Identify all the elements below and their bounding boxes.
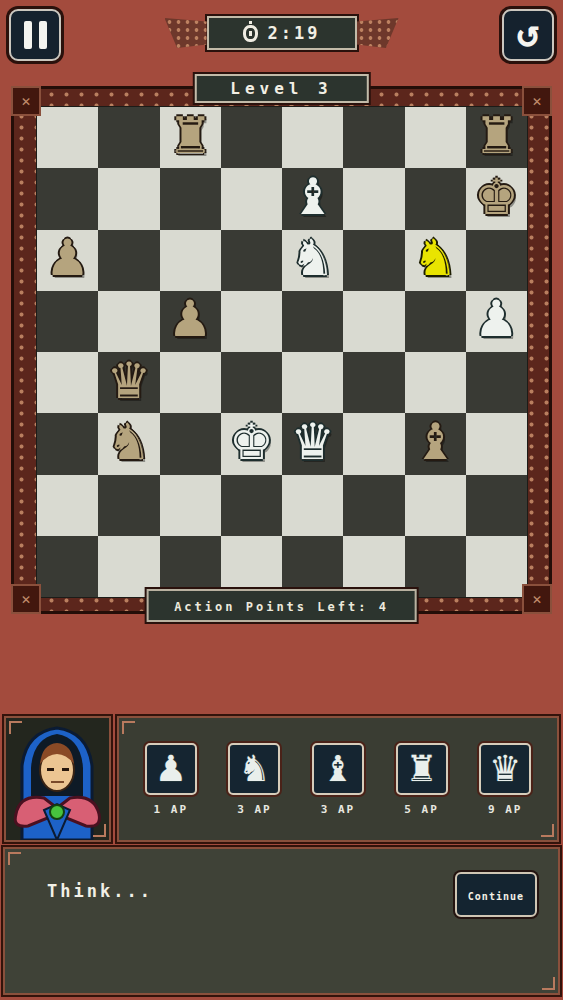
dark-king[interactable]: ♚ (474, 172, 519, 222)
square-e4[interactable] (282, 352, 343, 413)
square-a3[interactable] (37, 413, 98, 474)
speaker-portrait-panel (4, 716, 111, 842)
square-c2[interactable] (160, 475, 221, 536)
white-bishop[interactable]: ♝ (290, 172, 335, 222)
dark-pawn[interactable]: ♟ (168, 294, 213, 344)
dialogue-panel: Think... Continue (3, 847, 560, 995)
square-c1[interactable] (160, 536, 221, 597)
square-g4[interactable] (405, 352, 466, 413)
white-queen[interactable]: ♛ (290, 417, 335, 467)
square-d3[interactable]: ♚ (221, 413, 282, 474)
square-c5[interactable]: ♟ (160, 291, 221, 352)
square-b7[interactable] (98, 168, 159, 229)
square-e7[interactable]: ♝ (282, 168, 343, 229)
square-f3[interactable] (343, 413, 404, 474)
square-h6[interactable] (466, 230, 527, 291)
rook-icon: ♜ (405, 751, 437, 787)
square-a8[interactable] (37, 107, 98, 168)
clock-icon (243, 25, 258, 42)
timer-box: 2:19 (207, 16, 357, 50)
square-d1[interactable] (221, 536, 282, 597)
timer-value: 2:19 (268, 23, 321, 43)
card-queen[interactable]: ♛ 9 AP (469, 743, 541, 816)
square-d7[interactable] (221, 168, 282, 229)
square-a5[interactable] (37, 291, 98, 352)
gold-knight[interactable]: ♞ (413, 233, 458, 283)
square-h2[interactable] (466, 475, 527, 536)
card-queen-cost: 9 AP (469, 803, 541, 816)
continue-button[interactable]: Continue (455, 872, 537, 917)
square-d6[interactable] (221, 230, 282, 291)
pawn-icon: ♟ (155, 751, 187, 787)
square-h7[interactable]: ♚ (466, 168, 527, 229)
mage-portrait (6, 718, 109, 840)
frame-corner-ornament: ✕ (522, 86, 552, 116)
continue-button-label: Continue (468, 891, 524, 902)
card-rook[interactable]: ♜ 5 AP (386, 743, 458, 816)
banner-ornament-right (357, 18, 399, 48)
card-knight[interactable]: ♞ 3 AP (218, 743, 290, 816)
bishop-icon: ♝ (322, 751, 354, 787)
square-g6[interactable]: ♞ (405, 230, 466, 291)
dark-queen[interactable]: ♛ (106, 356, 151, 406)
square-b6[interactable] (98, 230, 159, 291)
square-a1[interactable] (37, 536, 98, 597)
restart-icon: ↺ (517, 14, 540, 52)
square-g3[interactable]: ♝ (405, 413, 466, 474)
dialogue-text: Think... (47, 881, 153, 901)
square-a2[interactable] (37, 475, 98, 536)
square-b5[interactable] (98, 291, 159, 352)
square-f1[interactable] (343, 536, 404, 597)
square-f2[interactable] (343, 475, 404, 536)
card-bishop-icon-box: ♝ (312, 743, 364, 795)
action-points-label: Action Points Left: 4 (174, 600, 389, 614)
chess-board: ♜♜♝♚♟♞♞♟♟♛♞♚♛♝ (36, 106, 528, 598)
card-pawn-icon-box: ♟ (145, 743, 197, 795)
white-knight[interactable]: ♞ (290, 233, 335, 283)
card-bishop-cost: 3 AP (302, 803, 374, 816)
square-c4[interactable] (160, 352, 221, 413)
square-f6[interactable] (343, 230, 404, 291)
banner-ornament-left (165, 18, 207, 48)
card-bishop[interactable]: ♝ 3 AP (302, 743, 374, 816)
level-banner: Level 3 (194, 74, 368, 103)
square-f5[interactable] (343, 291, 404, 352)
queen-icon: ♛ (489, 751, 521, 787)
card-rook-icon-box: ♜ (396, 743, 448, 795)
level-label: Level 3 (230, 79, 332, 98)
frame-corner-ornament: ✕ (11, 584, 41, 614)
action-points-banner: Action Points Left: 4 (146, 589, 417, 622)
card-queen-icon-box: ♛ (479, 743, 531, 795)
square-d2[interactable] (221, 475, 282, 536)
square-h4[interactable] (466, 352, 527, 413)
card-pawn[interactable]: ♟ 1 AP (135, 743, 207, 816)
card-pawn-cost: 1 AP (135, 803, 207, 816)
square-d5[interactable] (221, 291, 282, 352)
square-a6[interactable]: ♟ (37, 230, 98, 291)
square-c6[interactable] (160, 230, 221, 291)
timer-banner: 2:19 (165, 16, 399, 50)
square-f7[interactable] (343, 168, 404, 229)
frame-corner-ornament: ✕ (11, 86, 41, 116)
pause-icon (24, 21, 32, 49)
square-c7[interactable] (160, 168, 221, 229)
square-e3[interactable]: ♛ (282, 413, 343, 474)
square-g1[interactable] (405, 536, 466, 597)
square-b4[interactable]: ♛ (98, 352, 159, 413)
square-h1[interactable] (466, 536, 527, 597)
piece-shop-panel: ♟ 1 AP ♞ 3 AP ♝ 3 AP ♜ 5 AP ♛ 9 AP (117, 716, 559, 842)
square-e5[interactable] (282, 291, 343, 352)
square-f8[interactable] (343, 107, 404, 168)
square-a7[interactable] (37, 168, 98, 229)
square-b8[interactable] (98, 107, 159, 168)
pause-icon (39, 21, 47, 49)
square-b3[interactable]: ♞ (98, 413, 159, 474)
pause-button[interactable] (9, 9, 61, 61)
dark-bishop[interactable]: ♝ (413, 417, 458, 467)
square-e6[interactable]: ♞ (282, 230, 343, 291)
square-b2[interactable] (98, 475, 159, 536)
square-e8[interactable] (282, 107, 343, 168)
dark-rook[interactable]: ♜ (168, 111, 213, 161)
square-g7[interactable] (405, 168, 466, 229)
square-e1[interactable] (282, 536, 343, 597)
dark-pawn[interactable]: ♟ (45, 233, 90, 283)
board-frame: ✕ ✕ ✕ ✕ ♜♜♝♚♟♞♞♟♟♛♞♚♛♝ (11, 86, 552, 614)
square-c3[interactable] (160, 413, 221, 474)
square-e2[interactable] (282, 475, 343, 536)
white-pawn[interactable]: ♟ (474, 294, 519, 344)
square-g8[interactable] (405, 107, 466, 168)
square-h5[interactable]: ♟ (466, 291, 527, 352)
dark-rook[interactable]: ♜ (474, 111, 519, 161)
knight-icon: ♞ (238, 751, 270, 787)
card-rook-cost: 5 AP (386, 803, 458, 816)
dark-knight[interactable]: ♞ (106, 417, 151, 467)
frame-corner-ornament: ✕ (522, 584, 552, 614)
square-d8[interactable] (221, 107, 282, 168)
white-king[interactable]: ♚ (229, 417, 274, 467)
restart-button[interactable]: ↺ (502, 9, 554, 61)
square-h8[interactable]: ♜ (466, 107, 527, 168)
square-c8[interactable]: ♜ (160, 107, 221, 168)
card-knight-cost: 3 AP (218, 803, 290, 816)
square-f4[interactable] (343, 352, 404, 413)
square-b1[interactable] (98, 536, 159, 597)
square-g2[interactable] (405, 475, 466, 536)
square-d4[interactable] (221, 352, 282, 413)
square-a4[interactable] (37, 352, 98, 413)
card-knight-icon-box: ♞ (228, 743, 280, 795)
square-h3[interactable] (466, 413, 527, 474)
square-g5[interactable] (405, 291, 466, 352)
